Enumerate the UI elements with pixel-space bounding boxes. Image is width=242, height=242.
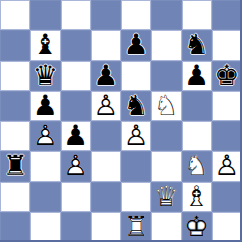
black-king-glyph: ♚ [212,61,242,91]
black-knight-glyph: ♞ [182,30,212,60]
piece-white-pawn[interactable]: ♟♙ [91,91,121,121]
square-e5[interactable]: ♞ [121,91,151,121]
square-g8[interactable] [182,0,212,30]
square-b7[interactable]: ♝ [30,30,60,60]
black-pawn-glyph: ♟ [121,30,151,60]
white-knight-outline-glyph: ♘ [182,151,212,181]
piece-white-pawn[interactable]: ♟♙ [30,121,60,151]
square-f8[interactable] [151,0,181,30]
black-pawn-glyph: ♟ [30,91,60,121]
square-b1[interactable] [30,212,60,242]
square-h6[interactable]: ♚ [212,61,242,91]
square-e3[interactable] [121,151,151,181]
piece-white-pawn[interactable]: ♟♙ [212,151,242,181]
square-e4[interactable]: ♟♙ [121,121,151,151]
square-d3[interactable] [91,151,121,181]
square-e7[interactable]: ♟ [121,30,151,60]
square-d4[interactable] [91,121,121,151]
square-b6[interactable]: ♛ [30,61,60,91]
square-g5[interactable] [182,91,212,121]
piece-black-rook[interactable]: ♜ [0,151,30,181]
square-h2[interactable] [212,182,242,212]
square-b8[interactable] [30,0,60,30]
square-c7[interactable] [61,30,91,60]
black-pawn-glyph: ♟ [91,61,121,91]
black-knight-glyph: ♞ [121,91,151,121]
piece-white-queen[interactable]: ♛♕ [151,182,181,212]
piece-black-pawn[interactable]: ♟ [121,30,151,60]
square-a2[interactable] [0,182,30,212]
square-a4[interactable] [0,121,30,151]
square-f5[interactable]: ♞♘ [151,91,181,121]
black-rook-glyph: ♜ [0,151,30,181]
white-rook-outline-glyph: ♖ [121,212,151,242]
white-pawn-outline-glyph: ♙ [30,121,60,151]
square-c4[interactable]: ♟ [61,121,91,151]
square-a3[interactable]: ♜ [0,151,30,181]
piece-black-knight[interactable]: ♞ [121,91,151,121]
square-d2[interactable] [91,182,121,212]
square-a5[interactable] [0,91,30,121]
square-f7[interactable] [151,30,181,60]
white-pawn-outline-glyph: ♙ [91,91,121,121]
square-h5[interactable] [212,91,242,121]
square-f6[interactable] [151,61,181,91]
square-c8[interactable] [61,0,91,30]
white-bishop-outline-glyph: ♗ [182,182,212,212]
black-pawn-glyph: ♟ [61,121,91,151]
white-king-outline-glyph: ♔ [182,212,212,242]
square-e1[interactable]: ♜♖ [121,212,151,242]
square-e6[interactable] [121,61,151,91]
square-h4[interactable] [212,121,242,151]
piece-black-bishop[interactable]: ♝ [30,30,60,60]
white-knight-outline-glyph: ♘ [151,91,181,121]
square-g2[interactable]: ♝♗ [182,182,212,212]
square-e2[interactable] [121,182,151,212]
square-a6[interactable] [0,61,30,91]
white-queen-outline-glyph: ♕ [151,182,181,212]
piece-black-pawn[interactable]: ♟ [182,61,212,91]
black-pawn-glyph: ♟ [182,61,212,91]
piece-black-pawn[interactable]: ♟ [91,61,121,91]
square-c5[interactable] [61,91,91,121]
square-f3[interactable] [151,151,181,181]
piece-black-king[interactable]: ♚ [212,61,242,91]
square-b3[interactable] [30,151,60,181]
black-bishop-glyph: ♝ [30,30,60,60]
square-g3[interactable]: ♞♘ [182,151,212,181]
piece-black-pawn[interactable]: ♟ [30,91,60,121]
square-h3[interactable]: ♟♙ [212,151,242,181]
board-grid: ♝♟♞♛♟♟♚♟♟♙♞♞♘♟♙♟♟♙♜♟♙♞♘♟♙♛♕♝♗♜♖♚♔ [0,0,242,242]
piece-white-knight[interactable]: ♞♘ [151,91,181,121]
piece-white-king[interactable]: ♚♔ [182,212,212,242]
square-g7[interactable]: ♞ [182,30,212,60]
piece-white-knight[interactable]: ♞♘ [182,151,212,181]
square-b4[interactable]: ♟♙ [30,121,60,151]
white-pawn-outline-glyph: ♙ [121,121,151,151]
piece-white-pawn[interactable]: ♟♙ [61,151,91,181]
square-a8[interactable] [0,0,30,30]
square-g6[interactable]: ♟ [182,61,212,91]
square-f1[interactable] [151,212,181,242]
piece-white-pawn[interactable]: ♟♙ [121,121,151,151]
square-h8[interactable] [212,0,242,30]
square-g4[interactable] [182,121,212,151]
square-d5[interactable]: ♟♙ [91,91,121,121]
square-a1[interactable] [0,212,30,242]
square-g1[interactable]: ♚♔ [182,212,212,242]
piece-white-rook[interactable]: ♜♖ [121,212,151,242]
black-queen-glyph: ♛ [30,61,60,91]
square-c6[interactable] [61,61,91,91]
white-pawn-outline-glyph: ♙ [61,151,91,181]
white-pawn-outline-glyph: ♙ [212,151,242,181]
square-e8[interactable] [121,0,151,30]
square-c1[interactable] [61,212,91,242]
square-f4[interactable] [151,121,181,151]
square-b5[interactable]: ♟ [30,91,60,121]
piece-white-bishop[interactable]: ♝♗ [182,182,212,212]
piece-black-queen[interactable]: ♛ [30,61,60,91]
square-d8[interactable] [91,0,121,30]
square-h7[interactable] [212,30,242,60]
square-h1[interactable] [212,212,242,242]
square-c2[interactable] [61,182,91,212]
square-b2[interactable] [30,182,60,212]
square-d1[interactable] [91,212,121,242]
piece-black-knight[interactable]: ♞ [182,30,212,60]
square-f2[interactable]: ♛♕ [151,182,181,212]
square-a7[interactable] [0,30,30,60]
piece-black-pawn[interactable]: ♟ [61,121,91,151]
square-d6[interactable]: ♟ [91,61,121,91]
chess-board: ♝♟♞♛♟♟♚♟♟♙♞♞♘♟♙♟♟♙♜♟♙♞♘♟♙♛♕♝♗♜♖♚♔ [0,0,242,242]
square-c3[interactable]: ♟♙ [61,151,91,181]
square-d7[interactable] [91,30,121,60]
